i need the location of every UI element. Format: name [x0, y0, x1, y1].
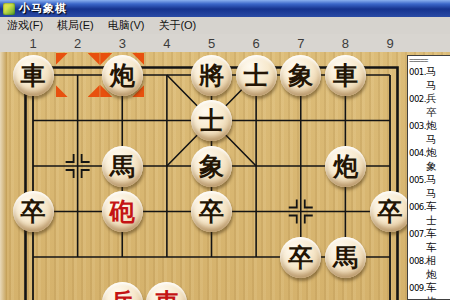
red-move: 相 — [426, 254, 437, 266]
move-entry-008[interactable]: 008.相炮 — [409, 254, 450, 280]
move-list-entries: 001.马马002.兵卒003.炮马004.炮象005.马马006.车士007.… — [409, 65, 450, 300]
move-number: 006. — [409, 202, 426, 212]
xiangqi-board[interactable]: 飘荡软件 車炮將士象車士馬象炮卒砲卒卒卒馬兵車 — [0, 52, 450, 300]
move-entry-007[interactable]: 007.车车 — [409, 227, 450, 253]
piece-glyph: 卒 — [378, 191, 403, 232]
black-piece-炮[interactable]: 炮 — [325, 146, 366, 187]
red-move: 车 — [426, 200, 437, 212]
menu-item-1[interactable]: 棋局(E) — [50, 17, 101, 34]
black-piece-馬[interactable]: 馬 — [102, 146, 143, 187]
move-entry-009[interactable]: 009.车炮 — [409, 281, 450, 300]
move-number: 001. — [409, 67, 426, 77]
piece-glyph: 卒 — [21, 191, 46, 232]
column-label-3: 3 — [110, 36, 134, 51]
black-move: 炮 — [409, 295, 450, 300]
move-number: 002. — [409, 94, 426, 104]
move-list-header: ===== — [409, 57, 450, 65]
black-move: 士 — [409, 214, 450, 227]
black-piece-將[interactable]: 將 — [191, 55, 232, 96]
red-piece-砲[interactable]: 砲 — [102, 191, 143, 232]
piece-glyph: 車 — [333, 55, 358, 96]
black-move: 炮 — [409, 268, 450, 281]
move-entry-003[interactable]: 003.炮马 — [409, 119, 450, 145]
move-number: 005. — [409, 175, 426, 185]
black-piece-士[interactable]: 士 — [191, 100, 232, 141]
app-window: 小马象棋 游戏(F)棋局(E)电脑(V)关于(O) 123456789 飘荡软件… — [0, 0, 450, 300]
move-entry-006[interactable]: 006.车士 — [409, 200, 450, 226]
piece-glyph: 士 — [199, 100, 224, 141]
move-list-panel[interactable]: ===== 001.马马002.兵卒003.炮马004.炮象005.马马006.… — [407, 55, 450, 300]
piece-glyph: 象 — [199, 146, 224, 187]
piece-glyph: 卒 — [199, 191, 224, 232]
red-move: 兵 — [426, 92, 437, 104]
black-piece-車[interactable]: 車 — [13, 55, 54, 96]
black-piece-炮[interactable]: 炮 — [102, 55, 143, 96]
red-move: 马 — [426, 65, 437, 77]
red-move: 马 — [426, 173, 437, 185]
column-label-strip: 123456789 — [0, 34, 450, 53]
piece-glyph: 炮 — [110, 55, 135, 96]
black-move: 象 — [409, 160, 450, 173]
black-piece-象[interactable]: 象 — [280, 55, 321, 96]
black-piece-卒[interactable]: 卒 — [191, 191, 232, 232]
column-label-8: 8 — [333, 36, 357, 51]
piece-glyph: 士 — [244, 55, 269, 96]
piece-glyph: 馬 — [110, 146, 135, 187]
column-label-6: 6 — [244, 36, 268, 51]
move-entry-001[interactable]: 001.马马 — [409, 65, 450, 91]
column-label-1: 1 — [21, 36, 45, 51]
piece-glyph: 砲 — [110, 191, 135, 232]
move-number: 004. — [409, 148, 426, 158]
black-piece-卒[interactable]: 卒 — [370, 191, 411, 232]
menu-item-2[interactable]: 电脑(V) — [101, 17, 152, 34]
last-move-from-marker — [56, 53, 100, 97]
move-entry-004[interactable]: 004.炮象 — [409, 146, 450, 172]
move-number: 009. — [409, 283, 426, 293]
black-move: 马 — [409, 187, 450, 200]
move-entry-005[interactable]: 005.马马 — [409, 173, 450, 199]
column-label-4: 4 — [155, 36, 179, 51]
piece-glyph: 兵 — [110, 282, 135, 300]
menu-item-3[interactable]: 关于(O) — [151, 17, 203, 34]
black-move: 车 — [409, 241, 450, 254]
red-move: 炮 — [426, 119, 437, 131]
column-label-9: 9 — [378, 36, 402, 51]
piece-glyph: 象 — [288, 55, 313, 96]
red-move: 炮 — [426, 146, 437, 158]
black-piece-車[interactable]: 車 — [325, 55, 366, 96]
black-piece-象[interactable]: 象 — [191, 146, 232, 187]
move-entry-002[interactable]: 002.兵卒 — [409, 92, 450, 118]
piece-glyph: 車 — [154, 282, 179, 300]
column-label-7: 7 — [289, 36, 313, 51]
move-number: 008. — [409, 256, 426, 266]
black-piece-馬[interactable]: 馬 — [325, 237, 366, 278]
title-bar[interactable]: 小马象棋 — [0, 0, 450, 17]
column-label-5: 5 — [200, 36, 224, 51]
black-move: 卒 — [409, 106, 450, 119]
piece-glyph: 車 — [21, 55, 46, 96]
black-piece-士[interactable]: 士 — [236, 55, 277, 96]
piece-glyph: 炮 — [333, 146, 358, 187]
menu-item-0[interactable]: 游戏(F) — [0, 17, 50, 34]
piece-glyph: 將 — [199, 55, 224, 96]
menu-bar: 游戏(F)棋局(E)电脑(V)关于(O) — [0, 17, 450, 34]
piece-glyph: 卒 — [288, 237, 313, 278]
black-piece-卒[interactable]: 卒 — [13, 191, 54, 232]
piece-glyph: 馬 — [333, 237, 358, 278]
black-piece-卒[interactable]: 卒 — [280, 237, 321, 278]
window-title: 小马象棋 — [19, 1, 67, 16]
app-icon — [3, 3, 15, 15]
column-label-2: 2 — [66, 36, 90, 51]
red-move: 车 — [426, 281, 437, 293]
black-move: 马 — [409, 79, 450, 92]
black-move: 马 — [409, 133, 450, 146]
red-move: 车 — [426, 227, 437, 239]
move-number: 003. — [409, 121, 426, 131]
move-number: 007. — [409, 229, 426, 239]
